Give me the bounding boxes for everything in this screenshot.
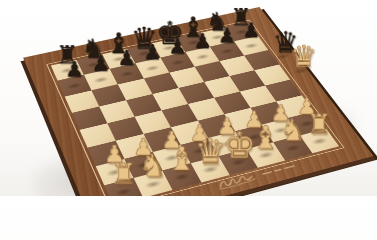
black-pawn-a7[interactable]: ♟ bbox=[61, 52, 88, 85]
black-pawn-g7[interactable]: ♟ bbox=[214, 19, 240, 51]
white-rook-a1[interactable]: ♜ bbox=[108, 154, 139, 192]
black-pawn-b7[interactable]: ♟ bbox=[87, 47, 114, 80]
white-knight-g1[interactable]: ♞ bbox=[278, 112, 307, 148]
photo-background: { "game": { "name": "chess", "descriptio… bbox=[0, 0, 377, 196]
white-king-e1[interactable]: ♚ bbox=[223, 126, 253, 162]
black-pawn-h7[interactable]: ♟ bbox=[238, 14, 264, 46]
square-a1[interactable]: ♜ bbox=[104, 178, 143, 196]
black-pawn-f7[interactable]: ♟ bbox=[189, 25, 215, 57]
chess-board: ♜♞♝♛♚♝♞♜♟♟♟♟♟♟♟♟♟♟♟♟♟♟♟♟♜♞♝♛♚♝♞♜ ♛ ♛ bbox=[23, 7, 373, 196]
white-knight-b1[interactable]: ♞ bbox=[138, 147, 169, 184]
black-pawn-d7[interactable]: ♟ bbox=[139, 35, 166, 68]
white-spare-queen[interactable]: ♛ bbox=[290, 40, 311, 71]
black-pawn-c7[interactable]: ♟ bbox=[113, 41, 140, 74]
black-pawn-e7[interactable]: ♟ bbox=[164, 30, 191, 62]
white-rook-h1[interactable]: ♜ bbox=[305, 105, 334, 141]
chess-photo-scene: ♜♞♝♛♚♝♞♜♟♟♟♟♟♟♟♟♟♟♟♟♟♟♟♟♜♞♝♛♚♝♞♜ ♛ ♛ bbox=[0, 0, 377, 196]
square-d5[interactable] bbox=[152, 88, 188, 110]
white-queen-d1[interactable]: ♛ bbox=[195, 132, 225, 169]
white-bishop-c1[interactable]: ♝ bbox=[167, 140, 197, 177]
